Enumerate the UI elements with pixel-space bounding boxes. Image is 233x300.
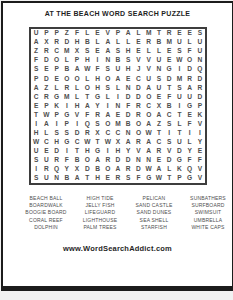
grid-cell-r3c2: R — [41, 47, 51, 56]
grid-cell-r6c4: O — [62, 74, 72, 83]
grid-cell-r16c17: V — [195, 165, 205, 174]
grid-cell-r5c4: B — [62, 65, 72, 74]
grid-cell-r6c7: H — [92, 74, 102, 83]
grid-cell-r16c3: Q — [51, 165, 61, 174]
grid-cell-r17c4: B — [62, 174, 72, 183]
grid-cell-r9c12: C — [144, 101, 154, 110]
grid-cell-r6c8: O — [103, 74, 113, 83]
word-list-column-3: PELICANSAND CASTLESAND DUNESSEA SHELLSTA… — [127, 195, 181, 231]
grid-cell-r17c8: E — [103, 174, 113, 183]
grid-cell-r17c13: W — [154, 174, 164, 183]
grid-cell-r17c12: G — [144, 174, 154, 183]
grid-cell-r14c13: R — [154, 147, 164, 156]
grid-cell-r10c14: C — [164, 111, 174, 120]
grid-cell-r5c10: H — [123, 65, 133, 74]
grid-cell-r12c12: W — [144, 129, 154, 138]
grid-cell-r1c1: U — [31, 29, 41, 38]
grid-cell-r17c14: T — [164, 174, 174, 183]
grid-cell-r12c14: I — [164, 129, 174, 138]
grid-cell-r4c5: P — [72, 56, 82, 65]
grid-cell-r16c11: D — [133, 165, 143, 174]
word-list-column-4: SUNBATHERSSURFBOARDSWIMSUITUMBRELLAWHITE… — [181, 195, 233, 231]
grid-cell-r6c17: D — [195, 74, 205, 83]
grid-cell-r9c6: A — [82, 101, 92, 110]
grid-cell-r8c7: G — [92, 92, 102, 101]
grid-cell-r13c4: G — [62, 138, 72, 147]
grid-cell-r13c11: R — [133, 138, 143, 147]
grid-cell-r1c12: M — [144, 29, 154, 38]
grid-cell-r17c15: P — [174, 174, 184, 183]
grid-cell-r15c8: R — [103, 156, 113, 165]
grid-cell-r3c17: U — [195, 47, 205, 56]
grid-cell-r2c3: R — [51, 38, 61, 47]
grid-cell-r9c14: B — [164, 101, 174, 110]
grid-cell-r3c1: Z — [31, 47, 41, 56]
grid-cell-r12c13: T — [154, 129, 164, 138]
grid-cell-r7c13: U — [154, 83, 164, 92]
grid-cell-r12c2: L — [41, 129, 51, 138]
grid-cell-r14c10: Y — [123, 147, 133, 156]
grid-cell-r11c5: I — [72, 120, 82, 129]
grid-cell-r5c17: Q — [195, 65, 205, 74]
grid-cell-r4c11: V — [133, 56, 143, 65]
grid-cell-r13c7: T — [92, 138, 102, 147]
grid-cell-r9c2: P — [41, 101, 51, 110]
grid-cell-r11c10: B — [123, 120, 133, 129]
grid-cell-r1c4: Z — [62, 29, 72, 38]
grid-cell-r17c5: A — [72, 174, 82, 183]
grid-cell-r6c5: O — [72, 74, 82, 83]
grid-cell-r2c12: R — [144, 38, 154, 47]
word-list-item: SUNBATHERS — [181, 195, 233, 202]
word-list-item: DOLPHIN — [19, 224, 73, 231]
grid-cell-r3c7: E — [92, 47, 102, 56]
grid-cell-r3c6: S — [82, 47, 92, 56]
grid-cell-r13c13: C — [154, 138, 164, 147]
grid-cell-r15c12: N — [144, 156, 154, 165]
grid-cell-r6c15: M — [174, 74, 184, 83]
grid-cell-r14c16: Y — [185, 147, 195, 156]
grid-cell-r7c14: T — [164, 83, 174, 92]
grid-cell-r9c4: I — [62, 101, 72, 110]
grid-cell-r9c9: N — [113, 101, 123, 110]
word-list-item: HIGH TIDE — [73, 195, 127, 202]
grid-cell-r10c9: E — [113, 111, 123, 120]
grid-cell-r1c14: R — [164, 29, 174, 38]
grid-cell-r2c5: H — [72, 38, 82, 47]
grid-cell-r17c3: N — [51, 174, 61, 183]
grid-cell-r9c8: I — [103, 101, 113, 110]
grid-cell-r15c6: O — [82, 156, 92, 165]
grid-cell-r2c10: L — [123, 38, 133, 47]
grid-cell-r2c1: A — [31, 38, 41, 47]
word-list-item: SAND CASTLE — [127, 202, 181, 209]
grid-cell-r10c13: A — [154, 111, 164, 120]
grid-cell-r6c9: A — [113, 74, 123, 83]
grid-cell-r9c13: X — [154, 101, 164, 110]
grid-cell-r16c7: B — [92, 165, 102, 174]
grid-cell-r6c6: L — [82, 74, 92, 83]
grid-cell-r5c11: J — [133, 65, 143, 74]
word-list-item: PELICAN — [127, 195, 181, 202]
grid-cell-r10c12: O — [144, 111, 154, 120]
grid-cell-r15c15: G — [174, 156, 184, 165]
grid-cell-r12c10: N — [123, 129, 133, 138]
grid-cell-r11c13: Z — [154, 120, 164, 129]
grid-cell-r13c14: S — [164, 138, 174, 147]
grid-cell-r4c10: S — [123, 56, 133, 65]
grid-cell-r5c7: F — [92, 65, 102, 74]
grid-cell-r12c15: T — [174, 129, 184, 138]
grid-cell-r15c11: N — [133, 156, 143, 165]
grid-cell-r13c8: W — [103, 138, 113, 147]
grid-cell-r6c1: P — [31, 74, 41, 83]
grid-cell-r1c17: S — [195, 29, 205, 38]
grid-cell-r6c12: U — [144, 74, 154, 83]
grid-cell-r3c13: L — [154, 47, 164, 56]
grid-cell-r4c4: L — [62, 56, 72, 65]
grid-cell-r4c8: N — [103, 56, 113, 65]
grid-cell-r11c12: A — [144, 120, 154, 129]
grid-cell-r1c10: A — [123, 29, 133, 38]
grid-cell-r5c12: V — [144, 65, 154, 74]
grid-cell-r9c16: G — [185, 101, 195, 110]
grid-cell-r15c5: B — [72, 156, 82, 165]
grid-cell-r8c3: G — [51, 92, 61, 101]
grid-cell-r14c15: D — [174, 147, 184, 156]
grid-cell-r9c11: R — [133, 101, 143, 110]
grid-cell-r10c2: W — [41, 111, 51, 120]
grid-cell-r4c15: W — [174, 56, 184, 65]
grid-cell-r14c11: V — [133, 147, 143, 156]
grid-cell-r1c15: E — [174, 29, 184, 38]
grid-cell-r16c9: A — [113, 165, 123, 174]
grid-cell-r3c11: E — [133, 47, 143, 56]
grid-cell-r7c12: A — [144, 83, 154, 92]
grid-cell-r11c11: O — [133, 120, 143, 129]
grid-cell-r6c3: E — [51, 74, 61, 83]
grid-cell-r4c6: H — [82, 56, 92, 65]
grid-cell-r8c14: F — [164, 92, 174, 101]
grid-cell-r14c6: H — [82, 147, 92, 156]
grid-cell-r9c17: P — [195, 101, 205, 110]
grid-cell-r2c9: L — [113, 38, 123, 47]
grid-cell-r4c2: D — [41, 56, 51, 65]
grid-cell-r9c15: I — [174, 101, 184, 110]
word-list-item: CORAL REEF — [19, 217, 73, 224]
grid-cell-r15c16: F — [185, 156, 195, 165]
grid-cell-r13c1: W — [31, 138, 41, 147]
grid-cell-r5c6: W — [82, 65, 92, 74]
grid-cell-r14c7: G — [92, 147, 102, 156]
grid-cell-r16c8: O — [103, 165, 113, 174]
grid-cell-r6c10: E — [123, 74, 133, 83]
grid-cell-r12c1: H — [31, 129, 41, 138]
grid-cell-r7c17: R — [195, 83, 205, 92]
grid-cell-r15c17: F — [195, 156, 205, 165]
grid-cell-r8c16: U — [185, 92, 195, 101]
grid-cell-r15c10: D — [123, 156, 133, 165]
grid-cell-r7c7: H — [92, 83, 102, 92]
grid-cell-r14c2: E — [41, 147, 51, 156]
grid-cell-r2c17: U — [195, 38, 205, 47]
grid-cell-r8c5: L — [72, 92, 82, 101]
grid-cell-r7c2: Z — [41, 83, 51, 92]
grid-cell-r17c6: T — [82, 174, 92, 183]
grid-cell-r16c5: X — [72, 165, 82, 174]
grid-cell-r8c4: M — [62, 92, 72, 101]
grid-cell-r5c9: U — [113, 65, 123, 74]
word-list-item: SURFBOARD — [181, 202, 233, 209]
grid-cell-r16c12: W — [144, 165, 154, 174]
grid-cell-r14c9: H — [113, 147, 123, 156]
grid-cell-r17c2: U — [41, 174, 51, 183]
grid-cell-r4c13: U — [154, 56, 164, 65]
grid-cell-r13c10: A — [123, 138, 133, 147]
grid-cell-r9c5: H — [72, 101, 82, 110]
grid-cell-r7c11: D — [133, 83, 143, 92]
grid-cell-r4c7: I — [92, 56, 102, 65]
grid-cell-r5c14: G — [164, 65, 174, 74]
grid-cell-r1c2: P — [41, 29, 51, 38]
grid-cell-r12c6: R — [82, 129, 92, 138]
grid-cell-r12c5: D — [72, 129, 82, 138]
grid-cell-r1c9: P — [113, 29, 123, 38]
grid-cell-r3c3: C — [51, 47, 61, 56]
grid-cell-r1c8: V — [103, 29, 113, 38]
grid-cell-r10c15: T — [174, 111, 184, 120]
grid-cell-r14c5: T — [72, 147, 82, 156]
grid-cell-r3c10: H — [123, 47, 133, 56]
grid-cell-r8c9: I — [113, 92, 123, 101]
grid-cell-r11c4: P — [62, 120, 72, 129]
grid-cell-r12c3: S — [51, 129, 61, 138]
grid-cell-r13c16: L — [185, 138, 195, 147]
grid-cell-r8c6: T — [82, 92, 92, 101]
word-list: BEACH BALLBOARDWALKBOOGIE BOARDCORAL REE… — [19, 195, 233, 231]
grid-cell-r12c9: C — [113, 129, 123, 138]
word-list-item: STARFISH — [127, 224, 181, 231]
grid-cell-r10c11: R — [133, 111, 143, 120]
grid-cell-r17c16: G — [185, 174, 195, 183]
grid-cell-r6c13: S — [154, 74, 164, 83]
grid-cell-r12c7: X — [92, 129, 102, 138]
grid-cell-r11c17: V — [195, 120, 205, 129]
grid-cell-r4c16: O — [185, 56, 195, 65]
grid-cell-r7c9: L — [113, 83, 123, 92]
grid-cell-r3c4: M — [62, 47, 72, 56]
grid-cell-r3c14: E — [164, 47, 174, 56]
grid-cell-r2c15: U — [174, 38, 184, 47]
grid-cell-r1c6: L — [82, 29, 92, 38]
grid-cell-r12c17: I — [195, 129, 205, 138]
grid-cell-r17c17: V — [195, 174, 205, 183]
grid-cell-r16c6: D — [82, 165, 92, 174]
grid-cell-r13c12: A — [144, 138, 154, 147]
grid-cell-r8c10: D — [123, 92, 133, 101]
word-list-column-1: BEACH BALLBOARDWALKBOOGIE BOARDCORAL REE… — [19, 195, 73, 231]
grid-cell-r11c3: I — [51, 120, 61, 129]
grid-cell-r13c15: U — [174, 138, 184, 147]
grid-cell-r13c2: C — [41, 138, 51, 147]
grid-cell-r10c16: E — [185, 111, 195, 120]
grid-cell-r13c5: C — [72, 138, 82, 147]
grid-cell-r8c12: O — [144, 92, 154, 101]
grid-cell-r17c9: R — [113, 174, 123, 183]
grid-cell-r1c3: P — [51, 29, 61, 38]
grid-cell-r12c16: I — [185, 129, 195, 138]
grid-cell-r11c9: M — [113, 120, 123, 129]
grid-cell-r8c13: E — [154, 92, 164, 101]
grid-cell-r15c4: F — [62, 156, 72, 165]
grid-cell-r4c1: F — [31, 56, 41, 65]
grid-cell-r15c3: R — [51, 156, 61, 165]
grid-cell-r7c1: A — [31, 83, 41, 92]
word-list-item: BEACH BALL — [19, 195, 73, 202]
grid-cell-r13c17: Y — [195, 138, 205, 147]
grid-cell-r6c2: D — [41, 74, 51, 83]
grid-cell-r13c6: W — [82, 138, 92, 147]
grid-cell-r11c6: Q — [82, 120, 92, 129]
grid-cell-r17c7: H — [92, 174, 102, 183]
grid-cell-r3c16: F — [185, 47, 195, 56]
grid-cell-r10c7: R — [92, 111, 102, 120]
grid-cell-r15c13: E — [154, 156, 164, 165]
word-list-item: SEA SHELL — [127, 217, 181, 224]
grid-cell-r8c8: L — [103, 92, 113, 101]
grid-cell-r16c4: Y — [62, 165, 72, 174]
page-title: AT THE BEACH WORD SEARCH PUZZLE — [3, 10, 232, 17]
grid-cell-r2c2: X — [41, 38, 51, 47]
grid-cell-r3c15: S — [174, 47, 184, 56]
grid-cell-r7c6: O — [82, 83, 92, 92]
grid-cell-r2c16: L — [185, 38, 195, 47]
grid-cell-r7c4: R — [62, 83, 72, 92]
grid-cell-r8c17: D — [195, 92, 205, 101]
word-list-item: SWIMSUIT — [181, 209, 233, 216]
grid-cell-r1c11: L — [133, 29, 143, 38]
grid-cell-r7c8: S — [103, 83, 113, 92]
grid-cell-r7c10: N — [123, 83, 133, 92]
grid-cell-r8c1: C — [31, 92, 41, 101]
grid-cell-r5c1: S — [31, 65, 41, 74]
grid-cell-r3c12: L — [144, 47, 154, 56]
grid-cell-r10c4: G — [62, 111, 72, 120]
grid-cell-r6c16: R — [185, 74, 195, 83]
grid-cell-r17c1: S — [31, 174, 41, 183]
grid-cell-r2c13: B — [154, 38, 164, 47]
grid-cell-r2c7: L — [92, 38, 102, 47]
grid-cell-r9c10: F — [123, 101, 133, 110]
grid-cell-r10c17: K — [195, 111, 205, 120]
grid-cell-r5c3: P — [51, 65, 61, 74]
grid-cell-r8c11: D — [133, 92, 143, 101]
word-list-item: SAND DUNES — [127, 209, 181, 216]
grid-cell-r16c14: L — [164, 165, 174, 174]
grid-cell-r3c5: X — [72, 47, 82, 56]
grid-cell-r2c4: D — [62, 38, 72, 47]
grid-cell-r12c8: C — [103, 129, 113, 138]
grid-cell-r5c8: S — [103, 65, 113, 74]
grid-cell-r7c15: S — [174, 83, 184, 92]
grid-cell-r16c2: R — [41, 165, 51, 174]
grid-cell-r4c14: E — [164, 56, 174, 65]
grid-cell-r12c11: O — [133, 129, 143, 138]
grid-cell-r11c16: F — [185, 120, 195, 129]
grid-cell-r15c1: S — [31, 156, 41, 165]
grid-cell-r3c8: A — [103, 47, 113, 56]
grid-cell-r5c5: A — [72, 65, 82, 74]
word-list-item: JELLY FISH — [73, 202, 127, 209]
grid-cell-r10c6: F — [82, 111, 92, 120]
word-list-item: BOOGIE BOARD — [19, 209, 73, 216]
grid-cell-r11c14: S — [164, 120, 174, 129]
grid-cell-r8c15: U — [174, 92, 184, 101]
grid-cell-r12c4: S — [62, 129, 72, 138]
grid-cell-r10c8: A — [103, 111, 113, 120]
grid-cell-r6c11: C — [133, 74, 143, 83]
grid-cell-r1c16: E — [185, 29, 195, 38]
grid-cell-r1c5: F — [72, 29, 82, 38]
grid-cell-r4c12: V — [144, 56, 154, 65]
grid-cell-r5c13: N — [154, 65, 164, 74]
word-search-grid: UPPZFLEVPALMTREESAXRDHBLALLERBMULUZRCMXS… — [29, 27, 207, 185]
grid-cell-r16c16: Q — [185, 165, 195, 174]
grid-cell-r17c11: F — [133, 174, 143, 183]
grid-cell-r7c5: L — [72, 83, 82, 92]
word-list-item: LIFEGUARD — [73, 209, 127, 216]
grid-cell-r15c7: A — [92, 156, 102, 165]
grid-cell-r2c14: M — [164, 38, 174, 47]
word-list-item: BOARDWALK — [19, 202, 73, 209]
grid-cell-r13c3: H — [51, 138, 61, 147]
grid-cell-r11c1: I — [31, 120, 41, 129]
grid-cell-r14c8: I — [103, 147, 113, 156]
grid-cell-r4c17: N — [195, 56, 205, 65]
grid-cell-r4c3: O — [51, 56, 61, 65]
grid-cell-r15c14: D — [164, 156, 174, 165]
grid-cell-r4c9: B — [113, 56, 123, 65]
word-list-item: UMBRELLA — [181, 217, 233, 224]
grid-cell-r3c9: S — [113, 47, 123, 56]
grid-cell-r14c17: E — [195, 147, 205, 156]
grid-cell-r5c2: E — [41, 65, 51, 74]
grid-cell-r16c10: R — [123, 165, 133, 174]
puzzle-page: AT THE BEACH WORD SEARCH PUZZLE UPPZFLEV… — [1, 1, 233, 291]
grid-cell-r9c1: E — [31, 101, 41, 110]
word-list-item: WHITE CAPS — [181, 224, 233, 231]
grid-cell-r7c3: L — [51, 83, 61, 92]
grid-cell-r11c8: O — [103, 120, 113, 129]
word-list-item: PALM TREES — [73, 224, 127, 231]
grid-cell-r10c10: D — [123, 111, 133, 120]
grid-cell-r11c2: A — [41, 120, 51, 129]
grid-cell-r2c11: E — [133, 38, 143, 47]
grid-cell-r14c4: I — [62, 147, 72, 156]
grid-cell-r16c13: A — [154, 165, 164, 174]
grid-cell-r10c5: V — [72, 111, 82, 120]
grid-cell-r13c9: X — [113, 138, 123, 147]
grid-cell-r10c3: P — [51, 111, 61, 120]
grid-cell-r2c8: A — [103, 38, 113, 47]
grid-cell-r14c14: V — [164, 147, 174, 156]
grid-cell-r10c1: T — [31, 111, 41, 120]
grid-cell-r15c9: D — [113, 156, 123, 165]
grid-cell-r14c1: U — [31, 147, 41, 156]
grid-cell-r14c3: D — [51, 147, 61, 156]
grid-cell-r2c6: B — [82, 38, 92, 47]
grid-cell-r5c16: D — [185, 65, 195, 74]
